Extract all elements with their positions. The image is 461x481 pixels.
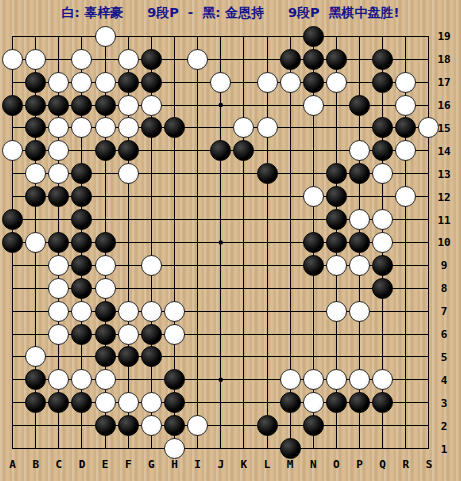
col-label-g: G bbox=[148, 458, 155, 471]
stone-white-n4 bbox=[303, 369, 324, 390]
stone-black-e14 bbox=[95, 140, 116, 161]
stone-black-q9 bbox=[372, 255, 393, 276]
stone-black-q17 bbox=[372, 72, 393, 93]
stone-black-g17 bbox=[141, 72, 162, 93]
stone-black-g18 bbox=[141, 49, 162, 70]
stone-white-d17 bbox=[71, 72, 92, 93]
go-game-viewer: 白: 辜梓豪9段P-黑: 金恩持9段P黑棋中盘胜! ABCDEFGHIJKLMN… bbox=[0, 0, 461, 481]
row-label-5: 5 bbox=[433, 350, 455, 363]
stone-black-m18 bbox=[280, 49, 301, 70]
stone-black-d16 bbox=[71, 95, 92, 116]
stone-white-e19 bbox=[95, 26, 116, 47]
stone-white-d7 bbox=[71, 301, 92, 322]
stone-black-f2 bbox=[118, 415, 139, 436]
row-label-16: 16 bbox=[433, 99, 455, 112]
stone-white-i18 bbox=[187, 49, 208, 70]
col-label-f: F bbox=[125, 458, 132, 471]
stone-white-o17 bbox=[326, 72, 347, 93]
stone-black-e5 bbox=[95, 346, 116, 367]
stone-white-g3 bbox=[141, 392, 162, 413]
stone-white-o9 bbox=[326, 255, 347, 276]
row-label-3: 3 bbox=[433, 396, 455, 409]
stone-black-b17 bbox=[25, 72, 46, 93]
stone-black-g6 bbox=[141, 324, 162, 345]
stone-white-l15 bbox=[257, 117, 278, 138]
stone-white-o7 bbox=[326, 301, 347, 322]
stone-white-p7 bbox=[349, 301, 370, 322]
col-label-m: M bbox=[287, 458, 294, 471]
stone-white-h6 bbox=[164, 324, 185, 345]
star-point bbox=[219, 240, 223, 244]
col-label-d: D bbox=[79, 458, 86, 471]
stone-black-a10 bbox=[2, 232, 23, 253]
row-label-18: 18 bbox=[433, 53, 455, 66]
stone-white-b10 bbox=[25, 232, 46, 253]
row-label-11: 11 bbox=[433, 213, 455, 226]
stone-black-d6 bbox=[71, 324, 92, 345]
col-label-s: S bbox=[426, 458, 433, 471]
stone-black-e16 bbox=[95, 95, 116, 116]
stone-black-q8 bbox=[372, 278, 393, 299]
row-label-7: 7 bbox=[433, 305, 455, 318]
col-label-e: E bbox=[102, 458, 109, 471]
stone-white-n16 bbox=[303, 95, 324, 116]
row-label-4: 4 bbox=[433, 373, 455, 386]
row-label-8: 8 bbox=[433, 282, 455, 295]
stone-black-e10 bbox=[95, 232, 116, 253]
stone-white-p11 bbox=[349, 209, 370, 230]
stone-white-e9 bbox=[95, 255, 116, 276]
stone-black-h2 bbox=[164, 415, 185, 436]
stone-black-c16 bbox=[48, 95, 69, 116]
stone-black-m1 bbox=[280, 438, 301, 459]
col-label-a: A bbox=[9, 458, 16, 471]
stone-black-f17 bbox=[118, 72, 139, 93]
stone-white-c8 bbox=[48, 278, 69, 299]
stone-black-l13 bbox=[257, 163, 278, 184]
stone-white-g16 bbox=[141, 95, 162, 116]
stone-white-h1 bbox=[164, 438, 185, 459]
row-label-2: 2 bbox=[433, 419, 455, 432]
col-label-n: N bbox=[310, 458, 317, 471]
col-label-b: B bbox=[32, 458, 39, 471]
col-label-q: Q bbox=[379, 458, 386, 471]
stone-black-a11 bbox=[2, 209, 23, 230]
stone-white-c7 bbox=[48, 301, 69, 322]
row-label-1: 1 bbox=[433, 442, 455, 455]
row-label-19: 19 bbox=[433, 30, 455, 43]
col-label-h: H bbox=[171, 458, 178, 471]
stone-white-a18 bbox=[2, 49, 23, 70]
stone-white-e4 bbox=[95, 369, 116, 390]
stone-black-n2 bbox=[303, 415, 324, 436]
stone-white-n12 bbox=[303, 186, 324, 207]
row-label-13: 13 bbox=[433, 167, 455, 180]
stone-black-m3 bbox=[280, 392, 301, 413]
stone-white-r17 bbox=[395, 72, 416, 93]
stone-black-n17 bbox=[303, 72, 324, 93]
stone-white-f3 bbox=[118, 392, 139, 413]
stone-black-b16 bbox=[25, 95, 46, 116]
stone-white-p9 bbox=[349, 255, 370, 276]
stone-black-f5 bbox=[118, 346, 139, 367]
stone-white-e8 bbox=[95, 278, 116, 299]
stone-black-e6 bbox=[95, 324, 116, 345]
stone-black-n19 bbox=[303, 26, 324, 47]
stone-white-f13 bbox=[118, 163, 139, 184]
stone-black-n10 bbox=[303, 232, 324, 253]
stone-white-f7 bbox=[118, 301, 139, 322]
col-label-i: I bbox=[194, 458, 201, 471]
stone-black-l2 bbox=[257, 415, 278, 436]
stone-black-o18 bbox=[326, 49, 347, 70]
stone-white-m4 bbox=[280, 369, 301, 390]
stone-white-m17 bbox=[280, 72, 301, 93]
stone-black-e2 bbox=[95, 415, 116, 436]
stone-white-l17 bbox=[257, 72, 278, 93]
stone-white-f6 bbox=[118, 324, 139, 345]
stone-white-f16 bbox=[118, 95, 139, 116]
row-label-6: 6 bbox=[433, 328, 455, 341]
row-label-14: 14 bbox=[433, 144, 455, 157]
row-label-9: 9 bbox=[433, 259, 455, 272]
stone-white-n3 bbox=[303, 392, 324, 413]
stone-black-f14 bbox=[118, 140, 139, 161]
stone-black-o3 bbox=[326, 392, 347, 413]
col-label-l: L bbox=[264, 458, 271, 471]
stone-white-e15 bbox=[95, 117, 116, 138]
stone-white-f18 bbox=[118, 49, 139, 70]
col-label-p: P bbox=[356, 458, 363, 471]
star-point bbox=[219, 378, 223, 382]
stone-black-a16 bbox=[2, 95, 23, 116]
stone-black-o11 bbox=[326, 209, 347, 230]
stone-black-n18 bbox=[303, 49, 324, 70]
stone-white-f15 bbox=[118, 117, 139, 138]
row-label-12: 12 bbox=[433, 190, 455, 203]
stone-black-e7 bbox=[95, 301, 116, 322]
stone-white-b18 bbox=[25, 49, 46, 70]
star-point bbox=[219, 103, 223, 107]
stone-white-e3 bbox=[95, 392, 116, 413]
stone-black-n9 bbox=[303, 255, 324, 276]
stone-white-g9 bbox=[141, 255, 162, 276]
stone-black-o10 bbox=[326, 232, 347, 253]
col-label-c: C bbox=[56, 458, 63, 471]
stone-white-e17 bbox=[95, 72, 116, 93]
stone-white-c6 bbox=[48, 324, 69, 345]
col-label-j: J bbox=[217, 458, 224, 471]
row-label-10: 10 bbox=[433, 236, 455, 249]
stone-white-r16 bbox=[395, 95, 416, 116]
stone-white-c17 bbox=[48, 72, 69, 93]
row-label-17: 17 bbox=[433, 76, 455, 89]
row-label-15: 15 bbox=[433, 121, 455, 134]
stone-white-g7 bbox=[141, 301, 162, 322]
stone-white-j17 bbox=[210, 72, 231, 93]
col-label-o: O bbox=[333, 458, 340, 471]
stone-black-o12 bbox=[326, 186, 347, 207]
stone-black-p10 bbox=[349, 232, 370, 253]
stone-black-q18 bbox=[372, 49, 393, 70]
stone-white-q10 bbox=[372, 232, 393, 253]
stone-black-p16 bbox=[349, 95, 370, 116]
col-label-r: R bbox=[402, 458, 409, 471]
col-label-k: K bbox=[241, 458, 248, 471]
stone-white-h7 bbox=[164, 301, 185, 322]
stone-white-g2 bbox=[141, 415, 162, 436]
stone-black-o13 bbox=[326, 163, 347, 184]
